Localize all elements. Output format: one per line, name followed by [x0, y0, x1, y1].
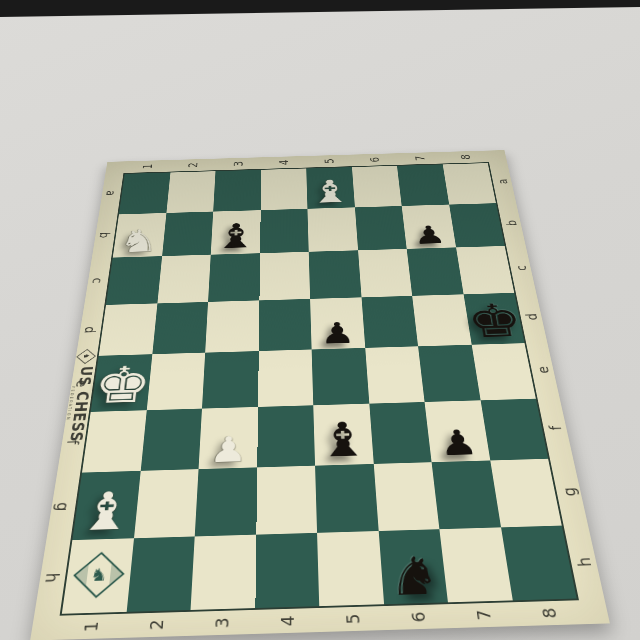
- square-c6: [358, 249, 412, 297]
- square-g5: [315, 464, 378, 532]
- black-bishop-f5: ♝: [314, 418, 374, 465]
- square-f7: ♟: [425, 400, 490, 462]
- white-knight-b1: ♞: [113, 226, 165, 257]
- square-b7: ♟: [402, 204, 456, 249]
- square-d6: [361, 296, 418, 348]
- white-bishop-a5: ♝: [307, 177, 355, 208]
- square-f1: [82, 410, 146, 473]
- square-d3: [205, 300, 259, 353]
- square-a7: [397, 164, 449, 205]
- square-b1: ♞: [113, 213, 166, 258]
- square-e5: [312, 348, 369, 405]
- square-h2: [126, 536, 195, 612]
- square-b3: ♝: [211, 210, 261, 255]
- square-e7: [418, 345, 480, 402]
- board-corner-logo: ♞: [73, 552, 124, 599]
- square-c2: [157, 255, 211, 303]
- square-a4: [260, 168, 307, 209]
- black-pawn-d5: ♟: [311, 319, 365, 348]
- corner-knight-icon: ♞: [89, 566, 108, 584]
- knight-logo-icon: ♞: [82, 354, 90, 359]
- square-h6: ♞: [378, 529, 448, 604]
- square-f6: [369, 402, 432, 464]
- white-pawn-f3: ♟: [199, 433, 258, 468]
- square-g7: [432, 460, 501, 528]
- square-d5: ♟: [310, 297, 365, 349]
- square-f3: ♟: [199, 407, 258, 470]
- square-g8: [490, 459, 562, 527]
- square-h1: ♞: [62, 538, 134, 614]
- square-c7: [407, 247, 463, 295]
- square-b5: [307, 207, 357, 252]
- white-bishop-g1: ♝: [73, 487, 139, 538]
- square-e2: [146, 353, 205, 410]
- square-a1: [119, 173, 170, 215]
- square-c3: [208, 253, 260, 301]
- square-e6: [365, 346, 425, 403]
- square-h5: [317, 531, 384, 607]
- square-c4: [259, 252, 310, 300]
- square-g3: [195, 467, 257, 536]
- square-d7: [412, 294, 471, 346]
- square-b2: [162, 211, 213, 256]
- square-f2: [140, 408, 202, 471]
- black-knight-h6: ♞: [380, 551, 448, 603]
- chess-board: 12345678 12345678 abcdefgh abcdefgh ♞ US…: [30, 150, 610, 640]
- square-c1: [106, 256, 162, 305]
- square-f4: [257, 405, 315, 467]
- black-bishop-b3: ♝: [211, 220, 260, 253]
- square-h8: [501, 525, 577, 600]
- us-chess-diamond-logo: ♞: [77, 349, 97, 364]
- square-c8: [456, 246, 514, 294]
- background-dark-strip: [0, 0, 640, 17]
- black-pawn-f7: ♟: [428, 426, 490, 461]
- square-a3: [213, 170, 261, 212]
- square-f5: ♝: [313, 403, 373, 465]
- square-d1: [99, 303, 157, 356]
- square-g1: ♝: [72, 471, 140, 540]
- square-a2: [166, 171, 215, 213]
- black-pawn-b7: ♟: [404, 223, 456, 248]
- square-h3: [191, 534, 256, 610]
- square-g2: [134, 469, 199, 538]
- square-d8: ♚: [463, 293, 524, 345]
- square-b6: [355, 206, 407, 251]
- square-g6: [373, 462, 439, 530]
- white-king-e1: ♚: [91, 361, 151, 410]
- square-a5: ♝: [306, 167, 354, 208]
- square-g4: [256, 466, 317, 535]
- square-a6: [352, 166, 402, 207]
- photo-scene: 12345678 12345678 abcdefgh abcdefgh ♞ US…: [0, 0, 640, 640]
- brand-subtext: FEDERATION: [66, 386, 76, 421]
- square-e1: ♚: [91, 354, 152, 411]
- square-d2: [152, 302, 208, 355]
- square-a8: [442, 163, 496, 204]
- square-h4: [255, 532, 319, 608]
- square-f8: [480, 398, 548, 460]
- board-grid: ♝♞♝♟♟♚♚♟♝♟♝♞♞: [60, 162, 579, 616]
- square-d4: [258, 299, 311, 351]
- square-b8: [449, 203, 505, 247]
- square-e4: [258, 349, 314, 406]
- black-king-d8: ♚: [464, 299, 524, 344]
- square-b4: [260, 209, 309, 254]
- square-c5: [309, 250, 361, 298]
- square-e3: [202, 351, 258, 408]
- square-e8: [471, 343, 535, 400]
